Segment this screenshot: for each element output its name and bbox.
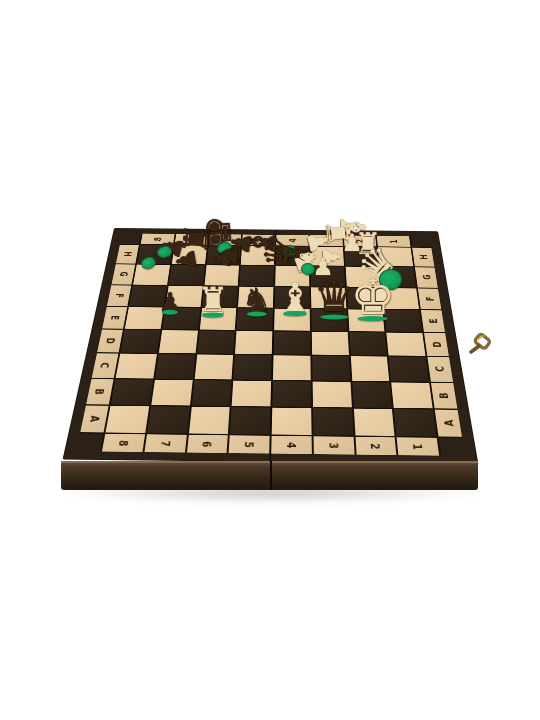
coord-letter-right: G (415, 267, 438, 287)
board-square (348, 309, 385, 331)
coord-number-front: 3 (313, 436, 354, 454)
coord-number-back: 1 (377, 236, 410, 247)
border-corner (439, 438, 465, 456)
coord-number-front: 7 (144, 434, 186, 452)
board-square (241, 246, 275, 265)
coord-letter-right: C (427, 357, 453, 381)
board-square (275, 266, 309, 286)
coord-letter-left: E (102, 307, 127, 329)
board-square (105, 406, 149, 433)
coord-label: 6 (200, 441, 215, 447)
board-square (188, 407, 229, 434)
coord-label: 3 (320, 239, 332, 243)
board-square (310, 247, 343, 266)
board-square (202, 286, 238, 307)
chess-board-top: 87654321HHGGFFEEDDCCBBAA87654321 (63, 228, 479, 464)
coord-label: 4 (284, 442, 299, 448)
coord-letter-right: F (418, 288, 441, 309)
coord-label: C (98, 363, 113, 369)
board-square (232, 380, 271, 406)
board-square (313, 408, 353, 435)
chess-set-photo: 87654321HHGGFFEEDDCCBBAA87654321 ♟♜♚♟♞♟♝… (0, 0, 540, 720)
coord-label: 2 (354, 239, 366, 243)
coord-letter-right: A (435, 409, 462, 436)
board-square (380, 267, 416, 287)
coord-number-front: 6 (186, 435, 228, 453)
coord-label: 7 (185, 237, 197, 241)
board-square (238, 286, 273, 307)
coord-label: 2 (368, 443, 383, 449)
board-square (384, 310, 422, 332)
board-square (345, 267, 380, 287)
coord-letter-right: B (431, 383, 457, 409)
coord-number-front: 1 (397, 437, 439, 455)
board-square (129, 285, 167, 306)
coord-number-back: 4 (276, 235, 308, 246)
coord-label: C (433, 366, 448, 372)
coord-number-back: 5 (242, 235, 275, 246)
coord-label: G (117, 272, 130, 277)
coord-number-back: 3 (310, 235, 343, 246)
board-square (125, 307, 164, 329)
board-square (272, 381, 311, 407)
coord-number-back: 2 (343, 235, 376, 246)
board-square (133, 265, 170, 285)
board-square (147, 406, 189, 433)
board-square (394, 409, 436, 436)
board-square (191, 380, 231, 406)
coord-label: E (426, 319, 440, 324)
board-square (199, 308, 236, 330)
board-square (310, 266, 344, 286)
board-square (276, 246, 309, 265)
board-square (165, 286, 202, 307)
board-square (312, 381, 351, 407)
board-square (206, 246, 240, 265)
board-square (169, 265, 205, 285)
board-square (391, 382, 432, 408)
board-box-front-face (61, 461, 478, 490)
board-square (349, 332, 387, 355)
board-square (274, 309, 310, 331)
brass-clasp-icon (466, 330, 496, 360)
board-square (204, 265, 239, 285)
coord-label: 3 (326, 442, 341, 448)
border-corner (411, 236, 432, 247)
coord-label: 7 (158, 440, 173, 446)
coord-label: B (92, 388, 107, 394)
coord-letter-left: C (92, 353, 119, 377)
board-square (194, 355, 233, 380)
coord-label: F (113, 293, 126, 298)
coord-label: 8 (151, 237, 163, 241)
coord-letter-left: D (97, 330, 123, 353)
front-face-fold-seam (270, 461, 272, 490)
board-square (111, 379, 153, 405)
coord-label: H (121, 252, 134, 257)
coord-letter-left: A (80, 405, 108, 432)
board-square (273, 355, 311, 380)
board-square (312, 356, 350, 381)
board-square (389, 357, 429, 382)
coord-letter-right: E (421, 310, 445, 332)
board-square (346, 288, 382, 309)
coord-letter-right: H (412, 248, 434, 267)
board-square (272, 408, 312, 435)
board-square (382, 288, 419, 309)
coord-number-front: 2 (355, 437, 397, 455)
board-square (240, 266, 274, 286)
coord-label: A (87, 415, 103, 422)
board-square (312, 332, 349, 355)
coord-letter-left: F (107, 285, 131, 306)
coord-label: E (108, 315, 122, 320)
board-square (237, 308, 273, 330)
board-square (275, 287, 310, 308)
board-frame: 87654321HHGGFFEEDDCCBBAA87654321 (63, 228, 479, 464)
border-corner (76, 434, 103, 452)
board-square (234, 355, 272, 380)
coord-label: D (429, 341, 443, 347)
coord-label: 4 (286, 238, 298, 242)
board-square (137, 245, 173, 264)
board-square (235, 331, 272, 354)
coord-label: 5 (253, 238, 265, 242)
board-square (162, 307, 200, 329)
board-square (378, 247, 413, 266)
coord-number-back: 8 (141, 234, 175, 245)
board-square (387, 333, 426, 356)
coord-label: 1 (410, 443, 426, 449)
coord-label: 8 (116, 440, 132, 446)
board-shadow (56, 487, 486, 503)
board-square (311, 287, 346, 308)
coord-number-back: 6 (208, 234, 241, 245)
coord-number-front: 8 (102, 434, 145, 452)
coord-label: F (423, 296, 436, 301)
board-square (353, 408, 394, 435)
coord-label: G (420, 275, 433, 280)
board-square (151, 379, 192, 405)
coord-letter-left: B (86, 379, 113, 405)
board-square (350, 356, 389, 381)
board-square (155, 354, 195, 379)
coord-label: A (440, 420, 455, 427)
coord-letter-left: H (116, 245, 139, 264)
board-square (172, 245, 207, 264)
board-square (120, 330, 160, 353)
board-square (352, 382, 392, 408)
board-square (230, 407, 270, 434)
coord-letter-right: D (424, 333, 449, 356)
board-square (274, 331, 311, 354)
board-square (197, 331, 235, 354)
coord-number-front: 5 (229, 435, 270, 453)
coord-label: 5 (242, 441, 257, 447)
board-square (116, 354, 157, 378)
coord-label: 1 (387, 239, 399, 243)
coord-label: B (437, 392, 452, 398)
coord-number-back: 7 (174, 234, 207, 245)
coord-label: D (103, 338, 117, 344)
board-square (311, 309, 347, 331)
border-corner (120, 233, 141, 244)
coord-label: 6 (219, 238, 231, 242)
coord-label: H (417, 255, 430, 260)
board-square (159, 330, 198, 353)
coord-letter-left: G (112, 264, 136, 284)
coord-number-front: 4 (271, 436, 311, 454)
board-square (344, 247, 378, 266)
